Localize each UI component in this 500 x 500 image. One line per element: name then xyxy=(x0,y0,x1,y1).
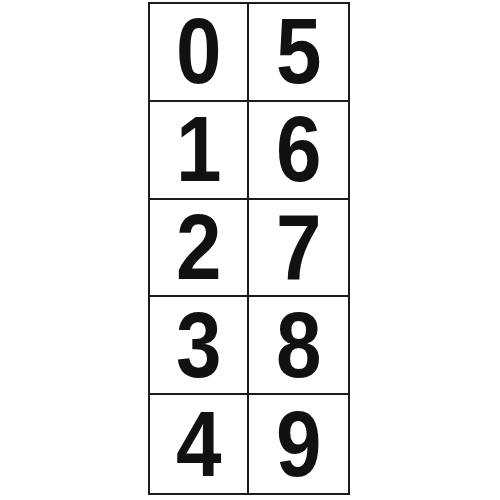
cell-r2c0: 2 xyxy=(150,200,249,298)
digit-4: 4 xyxy=(176,398,222,491)
digit-5: 5 xyxy=(276,5,322,98)
digit-7: 7 xyxy=(276,201,322,294)
cell-r0c1: 5 xyxy=(249,4,348,102)
cell-r1c1: 6 xyxy=(249,102,348,200)
digit-6: 6 xyxy=(276,103,322,196)
cell-r3c0: 3 xyxy=(150,297,249,395)
digit-3: 3 xyxy=(176,299,222,392)
cell-r2c1: 7 xyxy=(249,200,348,298)
digit-9: 9 xyxy=(276,398,322,491)
cell-r4c0: 4 xyxy=(150,395,249,493)
digit-1: 1 xyxy=(176,103,222,196)
digit-2: 2 xyxy=(176,201,222,294)
cell-r4c1: 9 xyxy=(249,395,348,493)
cell-r1c0: 1 xyxy=(150,102,249,200)
cell-r0c0: 0 xyxy=(150,4,249,102)
number-grid: 0 5 1 6 2 7 3 8 4 9 xyxy=(148,2,350,495)
cell-r3c1: 8 xyxy=(249,297,348,395)
digit-8: 8 xyxy=(276,299,322,392)
digit-0: 0 xyxy=(176,5,222,98)
